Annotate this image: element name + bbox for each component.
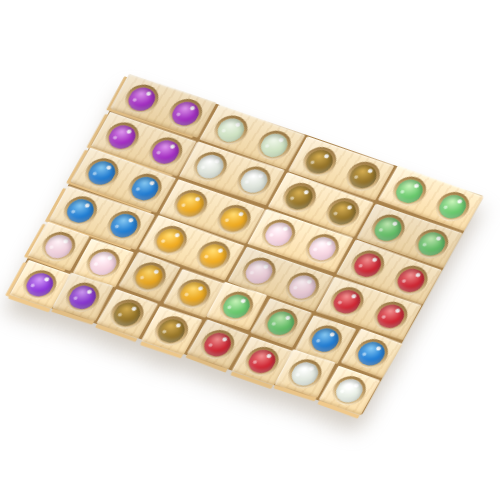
gem-purple: [168, 98, 204, 128]
gem-blue: [106, 210, 142, 240]
gem-pink: [284, 271, 320, 301]
gem-hole: [283, 355, 327, 392]
gem-green: [414, 228, 450, 258]
gem-pink: [41, 231, 77, 261]
gem-hole: [100, 118, 144, 155]
gem-palegreen: [213, 114, 249, 144]
gem-hole: [325, 283, 369, 320]
gem-hole: [389, 261, 434, 298]
gem-hole: [148, 221, 193, 259]
gem-red: [200, 329, 236, 359]
gem-purple: [104, 121, 140, 151]
gem-hole: [188, 148, 232, 185]
gem-hole: [256, 215, 300, 252]
gem-hole: [79, 154, 124, 192]
gem-hole: [280, 268, 324, 305]
gem-hole: [215, 288, 259, 325]
gem-red: [329, 286, 365, 316]
gem-yellow: [172, 189, 208, 219]
gem-red: [373, 301, 409, 331]
gem-hole: [327, 372, 372, 410]
gem-hole: [237, 253, 281, 290]
gem-hole: [61, 279, 105, 316]
gem-pink: [85, 248, 121, 278]
gem-hole: [143, 133, 187, 170]
gem-blue: [127, 173, 163, 203]
gem-hole: [168, 185, 212, 222]
gem-green: [370, 214, 406, 244]
gem-olive: [324, 197, 360, 227]
board: [8, 74, 484, 415]
gem-hole: [119, 80, 163, 117]
gem-yellow: [216, 204, 252, 234]
gem-hole: [208, 111, 253, 148]
gem-clear: [236, 166, 272, 196]
gem-palegreen: [256, 130, 292, 160]
gem-hole: [212, 200, 256, 237]
gem-hole: [127, 258, 172, 296]
gem-pink: [241, 256, 277, 286]
gem-hole: [58, 192, 102, 229]
gem-hole: [105, 295, 150, 333]
gem-hole: [252, 126, 297, 163]
gem-clear: [287, 359, 323, 389]
gem-hole: [81, 244, 125, 281]
gem-olive: [302, 146, 338, 176]
gem-blue: [308, 325, 344, 355]
gem-hole: [232, 162, 276, 199]
gem-clear: [192, 151, 228, 181]
gem-green: [391, 175, 427, 205]
gem-hole: [409, 225, 453, 262]
gem-yellow: [152, 225, 188, 255]
gem-hole: [387, 172, 432, 210]
gem-hole: [341, 157, 385, 194]
gem-hole: [18, 266, 62, 303]
gem-hole: [297, 142, 341, 179]
gem-purple: [148, 136, 184, 166]
gem-olive: [109, 299, 145, 329]
gem-blue: [84, 157, 120, 187]
gem-green: [219, 291, 255, 321]
gem-hole: [349, 334, 394, 372]
gem-yellow: [131, 261, 167, 291]
gem-clear: [332, 375, 368, 405]
product-photo-stage: [0, 0, 500, 500]
gem-hole: [191, 237, 236, 275]
gem-hole: [163, 94, 207, 131]
gem-hole: [37, 227, 82, 265]
gem-hole: [300, 230, 344, 267]
gem-olive: [154, 316, 190, 346]
gem-olive: [345, 161, 381, 191]
gem-violet: [22, 269, 58, 299]
gem-hole: [195, 325, 240, 363]
gem-hole: [150, 312, 194, 349]
gem-violet: [65, 282, 101, 312]
gem-yellow: [195, 240, 231, 270]
gem-green: [263, 308, 299, 338]
gem-olive: [281, 182, 317, 212]
gem-hole: [345, 246, 390, 283]
gem-hole: [102, 207, 146, 244]
gem-red: [393, 265, 429, 295]
gem-yellow: [176, 278, 212, 308]
gem-hole: [430, 187, 475, 225]
gem-red: [350, 249, 386, 279]
gem-hole: [240, 342, 284, 379]
gem-green: [435, 191, 471, 221]
gem-pink: [261, 219, 297, 249]
gem-red: [244, 346, 280, 376]
gem-hole: [366, 210, 410, 247]
gem-hole: [259, 304, 304, 342]
gem-hole: [172, 275, 216, 312]
gem-hole: [320, 194, 365, 231]
gem-blue: [354, 338, 390, 368]
gem-hole: [123, 169, 168, 207]
gem-hole: [277, 178, 322, 215]
gem-hole: [303, 321, 347, 358]
gem-pink: [304, 233, 340, 263]
gem-hole: [368, 297, 412, 334]
gem-blue: [62, 195, 98, 225]
gem-purple: [124, 84, 160, 114]
